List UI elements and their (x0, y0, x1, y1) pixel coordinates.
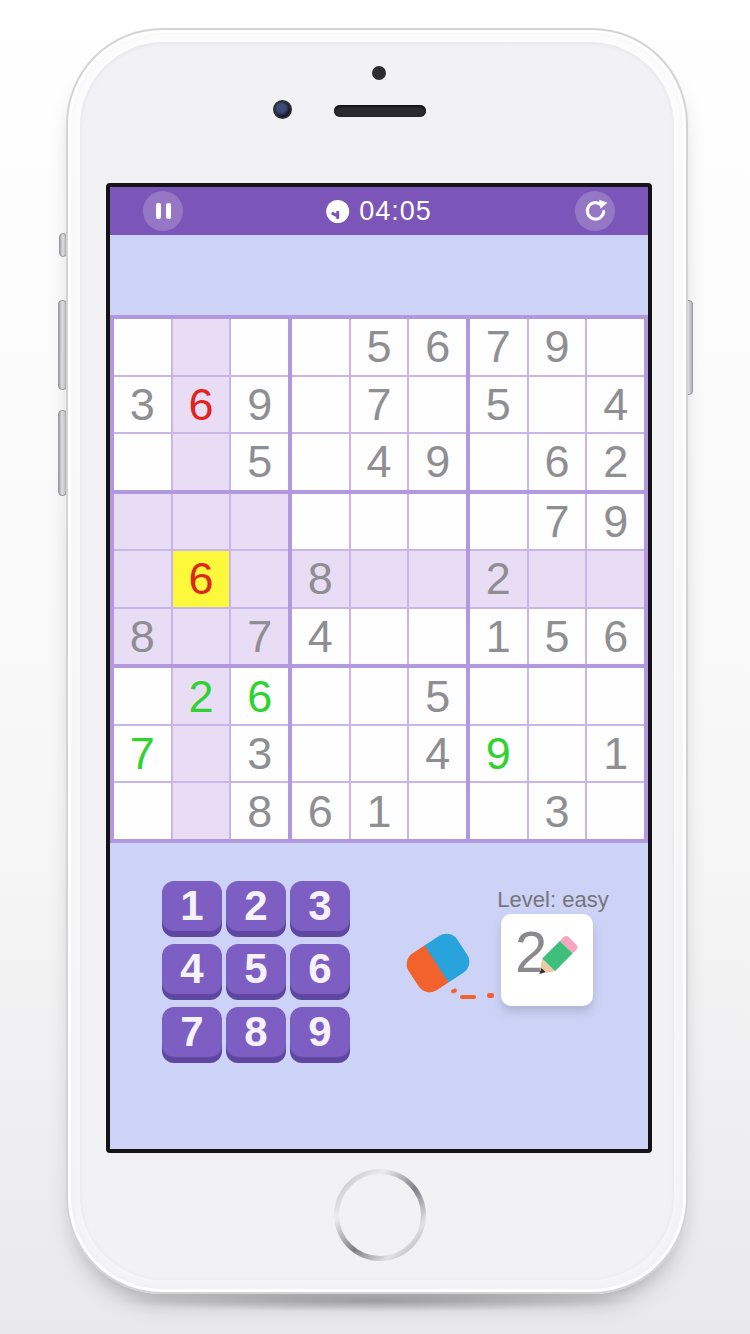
cell-r9c6[interactable] (409, 783, 466, 839)
timer: 04:05 (326, 187, 432, 235)
eraser-button[interactable] (402, 929, 475, 997)
cell-r5c1[interactable] (114, 551, 171, 607)
box-7: 26738 (114, 668, 288, 839)
clock-icon (326, 200, 349, 223)
cell-r6c6[interactable] (409, 609, 466, 665)
eraser-crumb (487, 993, 494, 998)
cell-r7c6[interactable]: 5 (409, 668, 466, 724)
box-3: 795462 (470, 319, 644, 490)
cell-r8c9[interactable]: 1 (587, 726, 644, 782)
cell-r3c4[interactable] (292, 434, 349, 490)
numpad-key-8[interactable]: 8 (226, 1007, 286, 1057)
top-spacer-band (110, 235, 648, 315)
cell-r3c1[interactable] (114, 434, 171, 490)
cell-r6c1[interactable]: 8 (114, 609, 171, 665)
cell-r1c3[interactable] (231, 319, 288, 375)
cell-r9c8[interactable]: 3 (529, 783, 586, 839)
cell-r1c8[interactable]: 9 (529, 319, 586, 375)
numpad-key-7[interactable]: 7 (162, 1007, 222, 1057)
cell-r9c7[interactable] (470, 783, 527, 839)
cell-r7c3[interactable]: 6 (231, 668, 288, 724)
box-1: 3695 (114, 319, 288, 490)
number-pad: 123456789 (162, 881, 350, 1057)
cell-r6c5[interactable] (351, 609, 408, 665)
cell-r6c3[interactable]: 7 (231, 609, 288, 665)
cell-r7c2[interactable]: 2 (173, 668, 230, 724)
cell-r3c5[interactable]: 4 (351, 434, 408, 490)
page-background: 04:05 3695567497954626878479215626738546… (0, 0, 750, 1334)
cell-r1c6[interactable]: 6 (409, 319, 466, 375)
cell-r4c1[interactable] (114, 494, 171, 550)
cell-r6c2[interactable] (173, 609, 230, 665)
cell-r5c8[interactable] (529, 551, 586, 607)
restart-icon (582, 198, 609, 225)
front-camera (273, 100, 292, 119)
cell-r8c3[interactable]: 3 (231, 726, 288, 782)
earpiece-speaker (334, 105, 426, 117)
numpad-key-2[interactable]: 2 (226, 881, 286, 931)
cell-r3c7[interactable] (470, 434, 527, 490)
cell-r5c5[interactable] (351, 551, 408, 607)
cell-r7c1[interactable] (114, 668, 171, 724)
cell-r8c6[interactable]: 4 (409, 726, 466, 782)
cell-r2c9[interactable]: 4 (587, 377, 644, 433)
cell-r9c2[interactable] (173, 783, 230, 839)
cell-r1c2[interactable] (173, 319, 230, 375)
cell-r2c2[interactable]: 6 (173, 377, 230, 433)
level-label: Level: easy (478, 887, 628, 913)
cell-r4c2[interactable] (173, 494, 230, 550)
cell-r9c4[interactable]: 6 (292, 783, 349, 839)
app-screen: 04:05 3695567497954626878479215626738546… (110, 187, 648, 1149)
cell-r7c5[interactable] (351, 668, 408, 724)
cell-r7c4[interactable] (292, 668, 349, 724)
box-2: 56749 (292, 319, 466, 490)
restart-button[interactable] (575, 191, 615, 231)
box-8: 5461 (292, 668, 466, 839)
eraser-crumb (460, 995, 476, 999)
cell-r4c4[interactable] (292, 494, 349, 550)
screen-bezel: 04:05 3695567497954626878479215626738546… (106, 183, 652, 1153)
cell-r8c1[interactable]: 7 (114, 726, 171, 782)
cell-r1c5[interactable]: 5 (351, 319, 408, 375)
phone-frame: 04:05 3695567497954626878479215626738546… (66, 28, 688, 1294)
cell-r4c3[interactable] (231, 494, 288, 550)
cell-r2c8[interactable] (529, 377, 586, 433)
pause-icon (156, 203, 171, 219)
cell-r5c3[interactable] (231, 551, 288, 607)
pause-button[interactable] (143, 191, 183, 231)
cell-r3c2[interactable] (173, 434, 230, 490)
cell-r5c7[interactable]: 2 (470, 551, 527, 607)
cell-r3c6[interactable]: 9 (409, 434, 466, 490)
cell-r4c9[interactable]: 9 (587, 494, 644, 550)
cell-r5c4[interactable]: 8 (292, 551, 349, 607)
cell-r6c8[interactable]: 5 (529, 609, 586, 665)
timer-value: 04:05 (359, 196, 432, 227)
cell-r7c7[interactable] (470, 668, 527, 724)
cell-r9c1[interactable] (114, 783, 171, 839)
box-5: 84 (292, 494, 466, 665)
eraser-crumb (450, 988, 457, 994)
cell-r2c3[interactable]: 9 (231, 377, 288, 433)
home-button-surface (339, 1174, 421, 1256)
box-4: 687 (114, 494, 288, 665)
numpad-key-3[interactable]: 3 (290, 881, 350, 931)
cell-r1c4[interactable] (292, 319, 349, 375)
cell-r5c9[interactable] (587, 551, 644, 607)
cell-r6c7[interactable]: 1 (470, 609, 527, 665)
cell-r4c5[interactable] (351, 494, 408, 550)
numpad-key-1[interactable]: 1 (162, 881, 222, 931)
cell-r6c4[interactable]: 4 (292, 609, 349, 665)
box-6: 792156 (470, 494, 644, 665)
cell-r4c6[interactable] (409, 494, 466, 550)
cell-r8c4[interactable] (292, 726, 349, 782)
cell-r4c8[interactable]: 7 (529, 494, 586, 550)
sudoku-board: 36955674979546268784792156267385461913 (110, 315, 648, 843)
cell-r9c5[interactable]: 1 (351, 783, 408, 839)
cell-r2c4[interactable] (292, 377, 349, 433)
numpad-key-5[interactable]: 5 (226, 944, 286, 994)
cell-r5c2[interactable]: 6 (173, 551, 230, 607)
cell-r5c6[interactable] (409, 551, 466, 607)
cell-r9c3[interactable]: 8 (231, 783, 288, 839)
cell-r2c1[interactable]: 3 (114, 377, 171, 433)
cell-r1c7[interactable]: 7 (470, 319, 527, 375)
cell-r7c8[interactable] (529, 668, 586, 724)
cell-r3c9[interactable]: 2 (587, 434, 644, 490)
cell-r2c6[interactable] (409, 377, 466, 433)
home-button (334, 1169, 426, 1261)
cell-r3c8[interactable]: 6 (529, 434, 586, 490)
cell-r8c8[interactable] (529, 726, 586, 782)
proximity-sensor (372, 66, 386, 80)
cell-r7c9[interactable] (587, 668, 644, 724)
cell-r6c9[interactable]: 6 (587, 609, 644, 665)
cell-r8c5[interactable] (351, 726, 408, 782)
cell-r1c1[interactable] (114, 319, 171, 375)
cell-r8c7[interactable]: 9 (470, 726, 527, 782)
numpad-key-4[interactable]: 4 (162, 944, 222, 994)
box-9: 913 (470, 668, 644, 839)
control-tray: 123456789 Level: easy 2 (110, 843, 648, 1149)
numpad-key-6[interactable]: 6 (290, 944, 350, 994)
cell-r4c7[interactable] (470, 494, 527, 550)
cell-r3c3[interactable]: 5 (231, 434, 288, 490)
status-bar: 04:05 (110, 187, 648, 235)
cell-r2c5[interactable]: 7 (351, 377, 408, 433)
cell-r2c7[interactable]: 5 (470, 377, 527, 433)
cell-r9c9[interactable] (587, 783, 644, 839)
cell-r1c9[interactable] (587, 319, 644, 375)
numpad-key-9[interactable]: 9 (290, 1007, 350, 1057)
cell-r8c2[interactable] (173, 726, 230, 782)
pencil-mode-button[interactable]: 2 (501, 914, 593, 1006)
